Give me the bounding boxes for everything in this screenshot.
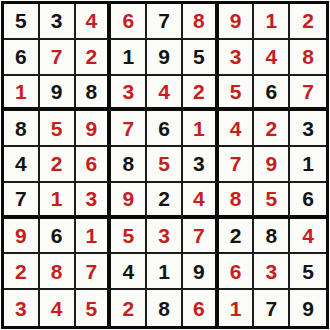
cell-r2c7[interactable]: 3 bbox=[219, 40, 255, 76]
cell-r6c8[interactable]: 5 bbox=[254, 183, 290, 219]
cell-r4c7[interactable]: 4 bbox=[219, 111, 255, 147]
cell-r1c2[interactable]: 3 bbox=[40, 4, 76, 40]
cell-r9c9[interactable]: 9 bbox=[290, 290, 326, 326]
cell-r6c9[interactable]: 6 bbox=[290, 183, 326, 219]
cell-r4c8[interactable]: 2 bbox=[254, 111, 290, 147]
cell-r7c1[interactable]: 9 bbox=[4, 219, 40, 255]
cell-r4c2[interactable]: 5 bbox=[40, 111, 76, 147]
cell-r4c3[interactable]: 9 bbox=[76, 111, 112, 147]
cell-r7c9[interactable]: 4 bbox=[290, 219, 326, 255]
cell-r5c2[interactable]: 2 bbox=[40, 147, 76, 183]
cell-r1c4[interactable]: 6 bbox=[111, 4, 147, 40]
cell-r9c4[interactable]: 2 bbox=[111, 290, 147, 326]
cell-r3c3[interactable]: 8 bbox=[76, 76, 112, 112]
cell-r4c6[interactable]: 1 bbox=[183, 111, 219, 147]
cell-r5c3[interactable]: 6 bbox=[76, 147, 112, 183]
sudoku-board: 5346789126721953481983425678597614234268… bbox=[1, 1, 329, 329]
cell-r2c1[interactable]: 6 bbox=[4, 40, 40, 76]
cell-r8c9[interactable]: 5 bbox=[290, 254, 326, 290]
cell-r1c5[interactable]: 7 bbox=[147, 4, 183, 40]
cell-r6c7[interactable]: 8 bbox=[219, 183, 255, 219]
cell-r8c5[interactable]: 1 bbox=[147, 254, 183, 290]
cell-r2c5[interactable]: 9 bbox=[147, 40, 183, 76]
cell-r6c2[interactable]: 1 bbox=[40, 183, 76, 219]
cell-r6c4[interactable]: 9 bbox=[111, 183, 147, 219]
cell-r1c3[interactable]: 4 bbox=[76, 4, 112, 40]
cell-r7c7[interactable]: 2 bbox=[219, 219, 255, 255]
cell-r3c5[interactable]: 4 bbox=[147, 76, 183, 112]
cell-r2c2[interactable]: 7 bbox=[40, 40, 76, 76]
cell-r8c6[interactable]: 9 bbox=[183, 254, 219, 290]
cell-r1c7[interactable]: 9 bbox=[219, 4, 255, 40]
cell-r6c6[interactable]: 4 bbox=[183, 183, 219, 219]
cell-r9c8[interactable]: 7 bbox=[254, 290, 290, 326]
cell-r7c8[interactable]: 8 bbox=[254, 219, 290, 255]
cell-r1c1[interactable]: 5 bbox=[4, 4, 40, 40]
cell-r7c5[interactable]: 3 bbox=[147, 219, 183, 255]
cell-r1c9[interactable]: 2 bbox=[290, 4, 326, 40]
cell-r9c1[interactable]: 3 bbox=[4, 290, 40, 326]
cell-r3c8[interactable]: 6 bbox=[254, 76, 290, 112]
cell-r5c8[interactable]: 9 bbox=[254, 147, 290, 183]
cell-r5c5[interactable]: 5 bbox=[147, 147, 183, 183]
cell-r6c1[interactable]: 7 bbox=[4, 183, 40, 219]
cell-r2c6[interactable]: 5 bbox=[183, 40, 219, 76]
cell-r3c4[interactable]: 3 bbox=[111, 76, 147, 112]
cell-r4c5[interactable]: 6 bbox=[147, 111, 183, 147]
cell-r4c1[interactable]: 8 bbox=[4, 111, 40, 147]
cell-r2c8[interactable]: 4 bbox=[254, 40, 290, 76]
cell-r5c6[interactable]: 3 bbox=[183, 147, 219, 183]
cell-r8c8[interactable]: 3 bbox=[254, 254, 290, 290]
cell-r4c9[interactable]: 3 bbox=[290, 111, 326, 147]
cell-r4c4[interactable]: 7 bbox=[111, 111, 147, 147]
cell-r2c9[interactable]: 8 bbox=[290, 40, 326, 76]
cell-r7c2[interactable]: 6 bbox=[40, 219, 76, 255]
cell-r8c4[interactable]: 4 bbox=[111, 254, 147, 290]
cell-r2c4[interactable]: 1 bbox=[111, 40, 147, 76]
cell-r9c2[interactable]: 4 bbox=[40, 290, 76, 326]
cell-r1c6[interactable]: 8 bbox=[183, 4, 219, 40]
cell-r6c3[interactable]: 3 bbox=[76, 183, 112, 219]
cell-r8c1[interactable]: 2 bbox=[4, 254, 40, 290]
cell-r5c4[interactable]: 8 bbox=[111, 147, 147, 183]
cell-r1c8[interactable]: 1 bbox=[254, 4, 290, 40]
cell-r8c3[interactable]: 7 bbox=[76, 254, 112, 290]
cell-r5c7[interactable]: 7 bbox=[219, 147, 255, 183]
cell-r3c7[interactable]: 5 bbox=[219, 76, 255, 112]
cell-r9c7[interactable]: 1 bbox=[219, 290, 255, 326]
cell-r3c2[interactable]: 9 bbox=[40, 76, 76, 112]
cell-r8c2[interactable]: 8 bbox=[40, 254, 76, 290]
cell-r3c6[interactable]: 2 bbox=[183, 76, 219, 112]
cell-r9c5[interactable]: 8 bbox=[147, 290, 183, 326]
cell-r2c3[interactable]: 2 bbox=[76, 40, 112, 76]
cell-r7c3[interactable]: 1 bbox=[76, 219, 112, 255]
cell-r6c5[interactable]: 2 bbox=[147, 183, 183, 219]
cell-r8c7[interactable]: 6 bbox=[219, 254, 255, 290]
cell-r9c3[interactable]: 5 bbox=[76, 290, 112, 326]
cell-r5c9[interactable]: 1 bbox=[290, 147, 326, 183]
cell-r3c9[interactable]: 7 bbox=[290, 76, 326, 112]
cell-r5c1[interactable]: 4 bbox=[4, 147, 40, 183]
cell-r9c6[interactable]: 6 bbox=[183, 290, 219, 326]
cell-r7c6[interactable]: 7 bbox=[183, 219, 219, 255]
cell-r7c4[interactable]: 5 bbox=[111, 219, 147, 255]
cell-r3c1[interactable]: 1 bbox=[4, 76, 40, 112]
